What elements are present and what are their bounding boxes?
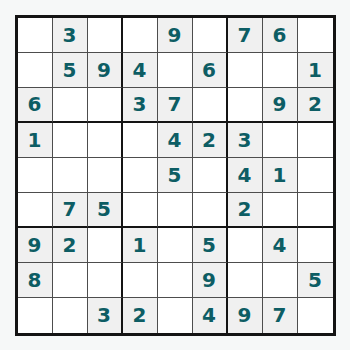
cell-r6c5[interactable]: [158, 193, 193, 228]
cell-r1c5: 9: [158, 18, 193, 53]
cell-r2c1[interactable]: [18, 53, 53, 88]
cell-r7c5[interactable]: [158, 228, 193, 263]
cell-r9c4: 2: [123, 298, 158, 333]
cell-r6c7: 2: [228, 193, 263, 228]
cell-r4c7: 3: [228, 123, 263, 158]
cell-r5c8: 1: [263, 158, 298, 193]
cell-r8c7[interactable]: [228, 263, 263, 298]
cell-r8c5[interactable]: [158, 263, 193, 298]
cell-r7c4: 1: [123, 228, 158, 263]
cell-r9c2[interactable]: [53, 298, 88, 333]
cell-r5c6[interactable]: [193, 158, 228, 193]
cell-r2c9: 1: [298, 53, 333, 88]
cell-r5c4[interactable]: [123, 158, 158, 193]
cell-r2c7[interactable]: [228, 53, 263, 88]
cell-r4c1: 1: [18, 123, 53, 158]
cell-r3c2[interactable]: [53, 88, 88, 123]
cell-r9c8: 7: [263, 298, 298, 333]
cell-r2c5[interactable]: [158, 53, 193, 88]
cell-r6c3: 5: [88, 193, 123, 228]
cell-r7c7[interactable]: [228, 228, 263, 263]
cell-r2c4: 4: [123, 53, 158, 88]
cell-r6c2: 7: [53, 193, 88, 228]
cell-r5c3[interactable]: [88, 158, 123, 193]
cell-r9c7: 9: [228, 298, 263, 333]
cell-r3c4: 3: [123, 88, 158, 123]
cell-r9c3: 3: [88, 298, 123, 333]
cell-r6c6[interactable]: [193, 193, 228, 228]
cell-r5c7: 4: [228, 158, 263, 193]
cell-r5c1[interactable]: [18, 158, 53, 193]
cell-r9c9[interactable]: [298, 298, 333, 333]
cell-r8c2[interactable]: [53, 263, 88, 298]
cell-r3c7[interactable]: [228, 88, 263, 123]
cell-r1c6[interactable]: [193, 18, 228, 53]
cell-r8c1: 8: [18, 263, 53, 298]
cell-r9c5[interactable]: [158, 298, 193, 333]
cell-r8c9: 5: [298, 263, 333, 298]
cell-r1c4[interactable]: [123, 18, 158, 53]
cell-r4c2[interactable]: [53, 123, 88, 158]
cell-r7c1: 9: [18, 228, 53, 263]
cell-r3c3[interactable]: [88, 88, 123, 123]
cell-r6c9[interactable]: [298, 193, 333, 228]
cell-r4c9[interactable]: [298, 123, 333, 158]
cell-r3c9: 2: [298, 88, 333, 123]
cell-r9c1[interactable]: [18, 298, 53, 333]
cell-r8c6: 9: [193, 263, 228, 298]
cell-r3c1: 6: [18, 88, 53, 123]
cell-r2c8[interactable]: [263, 53, 298, 88]
cell-r1c8: 6: [263, 18, 298, 53]
cell-r4c4[interactable]: [123, 123, 158, 158]
cell-r2c3: 9: [88, 53, 123, 88]
cell-r5c9[interactable]: [298, 158, 333, 193]
cell-r5c5: 5: [158, 158, 193, 193]
cell-r7c3[interactable]: [88, 228, 123, 263]
cell-r5c2[interactable]: [53, 158, 88, 193]
cell-r4c5: 4: [158, 123, 193, 158]
cell-r9c6: 4: [193, 298, 228, 333]
cell-r1c3[interactable]: [88, 18, 123, 53]
cell-r1c9[interactable]: [298, 18, 333, 53]
cell-r7c2: 2: [53, 228, 88, 263]
cell-r4c8[interactable]: [263, 123, 298, 158]
cell-r2c6: 6: [193, 53, 228, 88]
cell-r3c6[interactable]: [193, 88, 228, 123]
cell-r6c4[interactable]: [123, 193, 158, 228]
cell-r4c6: 2: [193, 123, 228, 158]
cell-r2c2: 5: [53, 53, 88, 88]
cell-r7c9[interactable]: [298, 228, 333, 263]
cell-r3c5: 7: [158, 88, 193, 123]
sudoku-page: 3976594616379214235417529215489532497: [0, 0, 350, 350]
cell-r4c3[interactable]: [88, 123, 123, 158]
cell-r6c1[interactable]: [18, 193, 53, 228]
cell-r7c8: 4: [263, 228, 298, 263]
cell-r1c7: 7: [228, 18, 263, 53]
cell-r1c2: 3: [53, 18, 88, 53]
cell-r7c6: 5: [193, 228, 228, 263]
cell-r1c1[interactable]: [18, 18, 53, 53]
cell-r8c4[interactable]: [123, 263, 158, 298]
cell-r6c8[interactable]: [263, 193, 298, 228]
sudoku-board: 3976594616379214235417529215489532497: [15, 15, 336, 336]
cell-r3c8: 9: [263, 88, 298, 123]
cell-r8c3[interactable]: [88, 263, 123, 298]
cell-r8c8[interactable]: [263, 263, 298, 298]
